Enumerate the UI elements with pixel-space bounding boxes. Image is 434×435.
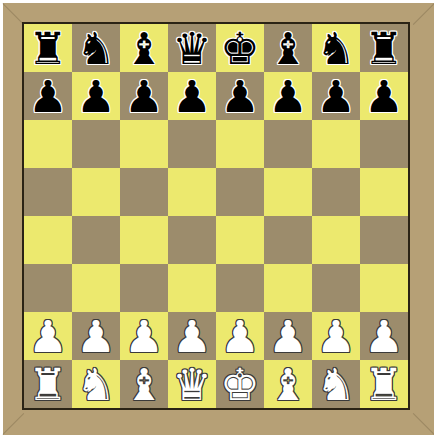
square-e1[interactable]: ♚ bbox=[216, 360, 264, 408]
white-pawn[interactable]: ♟ bbox=[364, 315, 403, 359]
square-d1[interactable]: ♛ bbox=[168, 360, 216, 408]
square-a3[interactable] bbox=[24, 264, 72, 312]
square-c1[interactable]: ♝ bbox=[120, 360, 168, 408]
black-pawn[interactable]: ♟ bbox=[364, 75, 403, 119]
square-a6[interactable] bbox=[24, 120, 72, 168]
square-b2[interactable]: ♟ bbox=[72, 312, 120, 360]
white-pawn[interactable]: ♟ bbox=[172, 315, 211, 359]
square-b7[interactable]: ♟ bbox=[72, 72, 120, 120]
square-e2[interactable]: ♟ bbox=[216, 312, 264, 360]
white-pawn[interactable]: ♟ bbox=[124, 315, 163, 359]
black-knight[interactable]: ♞ bbox=[316, 27, 355, 71]
square-f4[interactable] bbox=[264, 216, 312, 264]
black-pawn[interactable]: ♟ bbox=[172, 75, 211, 119]
white-bishop[interactable]: ♝ bbox=[124, 363, 163, 407]
frame-miter-top-left bbox=[2, 3, 24, 25]
square-c5[interactable] bbox=[120, 168, 168, 216]
chess-app-window: ♜♞♝♛♚♝♞♜♟♟♟♟♟♟♟♟♟♟♟♟♟♟♟♟♜♞♝♛♚♝♞♜ bbox=[0, 0, 434, 435]
frame-miter-bottom-right bbox=[413, 413, 434, 435]
square-d7[interactable]: ♟ bbox=[168, 72, 216, 120]
white-pawn[interactable]: ♟ bbox=[28, 315, 67, 359]
square-d3[interactable] bbox=[168, 264, 216, 312]
square-f2[interactable]: ♟ bbox=[264, 312, 312, 360]
black-pawn[interactable]: ♟ bbox=[124, 75, 163, 119]
white-pawn[interactable]: ♟ bbox=[220, 315, 259, 359]
square-c6[interactable] bbox=[120, 120, 168, 168]
black-rook[interactable]: ♜ bbox=[364, 27, 403, 71]
square-h4[interactable] bbox=[360, 216, 408, 264]
white-knight[interactable]: ♞ bbox=[76, 363, 115, 407]
square-c8[interactable]: ♝ bbox=[120, 24, 168, 72]
square-a2[interactable]: ♟ bbox=[24, 312, 72, 360]
square-b6[interactable] bbox=[72, 120, 120, 168]
square-f1[interactable]: ♝ bbox=[264, 360, 312, 408]
square-g4[interactable] bbox=[312, 216, 360, 264]
black-bishop[interactable]: ♝ bbox=[268, 27, 307, 71]
square-g3[interactable] bbox=[312, 264, 360, 312]
square-b4[interactable] bbox=[72, 216, 120, 264]
square-f5[interactable] bbox=[264, 168, 312, 216]
black-bishop[interactable]: ♝ bbox=[124, 27, 163, 71]
square-a1[interactable]: ♜ bbox=[24, 360, 72, 408]
black-pawn[interactable]: ♟ bbox=[76, 75, 115, 119]
black-king[interactable]: ♚ bbox=[220, 27, 259, 71]
square-e8[interactable]: ♚ bbox=[216, 24, 264, 72]
black-pawn[interactable]: ♟ bbox=[316, 75, 355, 119]
square-f6[interactable] bbox=[264, 120, 312, 168]
square-f3[interactable] bbox=[264, 264, 312, 312]
frame-miter-top-right bbox=[413, 3, 434, 25]
black-queen[interactable]: ♛ bbox=[172, 27, 211, 71]
square-h6[interactable] bbox=[360, 120, 408, 168]
white-queen[interactable]: ♛ bbox=[172, 363, 211, 407]
square-g7[interactable]: ♟ bbox=[312, 72, 360, 120]
square-e3[interactable] bbox=[216, 264, 264, 312]
square-h5[interactable] bbox=[360, 168, 408, 216]
black-rook[interactable]: ♜ bbox=[28, 27, 67, 71]
square-a5[interactable] bbox=[24, 168, 72, 216]
frame-miter-bottom-left bbox=[2, 413, 24, 435]
square-h2[interactable]: ♟ bbox=[360, 312, 408, 360]
square-h3[interactable] bbox=[360, 264, 408, 312]
square-g6[interactable] bbox=[312, 120, 360, 168]
square-b8[interactable]: ♞ bbox=[72, 24, 120, 72]
square-e6[interactable] bbox=[216, 120, 264, 168]
square-e7[interactable]: ♟ bbox=[216, 72, 264, 120]
square-a8[interactable]: ♜ bbox=[24, 24, 72, 72]
white-king[interactable]: ♚ bbox=[220, 363, 259, 407]
square-g2[interactable]: ♟ bbox=[312, 312, 360, 360]
square-f7[interactable]: ♟ bbox=[264, 72, 312, 120]
square-g1[interactable]: ♞ bbox=[312, 360, 360, 408]
square-g5[interactable] bbox=[312, 168, 360, 216]
square-a7[interactable]: ♟ bbox=[24, 72, 72, 120]
black-pawn[interactable]: ♟ bbox=[268, 75, 307, 119]
black-pawn[interactable]: ♟ bbox=[28, 75, 67, 119]
square-g8[interactable]: ♞ bbox=[312, 24, 360, 72]
black-knight[interactable]: ♞ bbox=[76, 27, 115, 71]
white-pawn[interactable]: ♟ bbox=[316, 315, 355, 359]
chess-board: ♜♞♝♛♚♝♞♜♟♟♟♟♟♟♟♟♟♟♟♟♟♟♟♟♜♞♝♛♚♝♞♜ bbox=[22, 22, 410, 410]
square-d8[interactable]: ♛ bbox=[168, 24, 216, 72]
white-knight[interactable]: ♞ bbox=[316, 363, 355, 407]
square-d5[interactable] bbox=[168, 168, 216, 216]
square-b3[interactable] bbox=[72, 264, 120, 312]
square-h8[interactable]: ♜ bbox=[360, 24, 408, 72]
white-pawn[interactable]: ♟ bbox=[268, 315, 307, 359]
square-a4[interactable] bbox=[24, 216, 72, 264]
square-b5[interactable] bbox=[72, 168, 120, 216]
white-bishop[interactable]: ♝ bbox=[268, 363, 307, 407]
square-h7[interactable]: ♟ bbox=[360, 72, 408, 120]
black-pawn[interactable]: ♟ bbox=[220, 75, 259, 119]
square-c7[interactable]: ♟ bbox=[120, 72, 168, 120]
white-rook[interactable]: ♜ bbox=[28, 363, 67, 407]
square-e5[interactable] bbox=[216, 168, 264, 216]
square-d6[interactable] bbox=[168, 120, 216, 168]
square-f8[interactable]: ♝ bbox=[264, 24, 312, 72]
square-c3[interactable] bbox=[120, 264, 168, 312]
square-c4[interactable] bbox=[120, 216, 168, 264]
square-e4[interactable] bbox=[216, 216, 264, 264]
square-d4[interactable] bbox=[168, 216, 216, 264]
square-c2[interactable]: ♟ bbox=[120, 312, 168, 360]
white-pawn[interactable]: ♟ bbox=[76, 315, 115, 359]
square-d2[interactable]: ♟ bbox=[168, 312, 216, 360]
white-rook[interactable]: ♜ bbox=[364, 363, 403, 407]
square-b1[interactable]: ♞ bbox=[72, 360, 120, 408]
square-h1[interactable]: ♜ bbox=[360, 360, 408, 408]
